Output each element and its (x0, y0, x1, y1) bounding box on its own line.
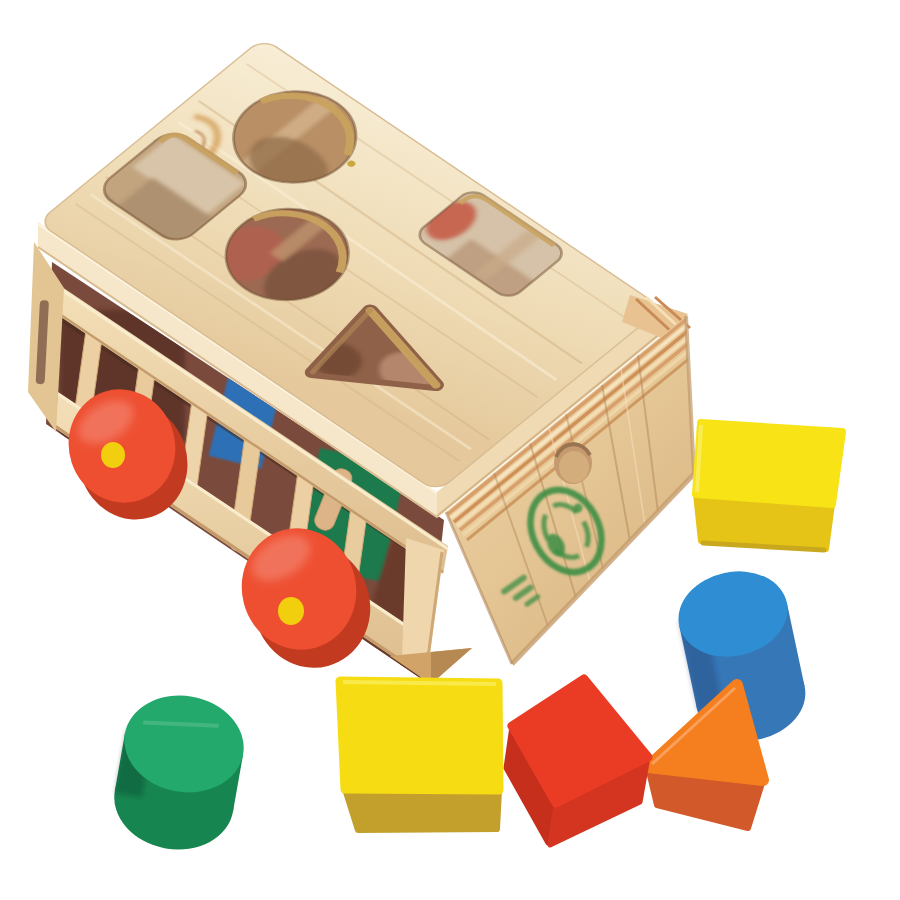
front-wheel-hub (101, 442, 125, 468)
yellow-prism-top (696, 423, 842, 504)
photo-stage (0, 0, 900, 900)
finger-hole (554, 442, 592, 484)
toy-photo (0, 0, 900, 900)
yellow-cube-front (340, 681, 499, 790)
logo-dot (574, 504, 583, 513)
yellow-cube (340, 681, 499, 830)
yellow-rect-prism (696, 423, 842, 550)
rear-wheel-hub (278, 597, 304, 625)
yellow-cube-highlight (343, 682, 496, 684)
yellow-cube-bottom (345, 789, 499, 830)
